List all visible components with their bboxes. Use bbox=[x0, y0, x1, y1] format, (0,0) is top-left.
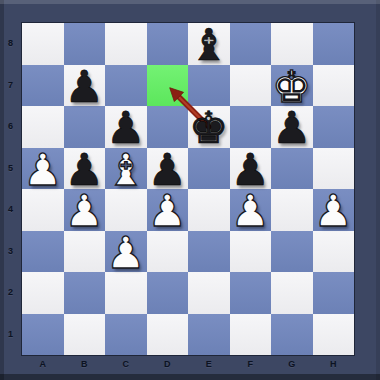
rank-label-3: 3 bbox=[0, 246, 21, 256]
square-e4[interactable] bbox=[188, 189, 230, 231]
square-a5[interactable]: ♟ bbox=[22, 148, 64, 190]
file-label-f: F bbox=[230, 359, 272, 369]
black-king-e6[interactable]: ♚ bbox=[188, 106, 230, 148]
white-pawn-a5[interactable]: ♟ bbox=[22, 148, 64, 190]
square-h7[interactable] bbox=[313, 65, 355, 107]
square-c7[interactable] bbox=[105, 65, 147, 107]
square-h2[interactable] bbox=[313, 272, 355, 314]
square-c5[interactable]: ♝ bbox=[105, 148, 147, 190]
square-d6[interactable] bbox=[147, 106, 189, 148]
square-b6[interactable] bbox=[64, 106, 106, 148]
square-a6[interactable] bbox=[22, 106, 64, 148]
square-a2[interactable] bbox=[22, 272, 64, 314]
square-a8[interactable] bbox=[22, 23, 64, 65]
square-d5[interactable]: ♟ bbox=[147, 148, 189, 190]
square-e3[interactable] bbox=[188, 231, 230, 273]
square-b4[interactable]: ♟ bbox=[64, 189, 106, 231]
rank-label-2: 2 bbox=[0, 287, 21, 297]
square-c1[interactable] bbox=[105, 314, 147, 356]
square-b3[interactable] bbox=[64, 231, 106, 273]
square-f1[interactable] bbox=[230, 314, 272, 356]
square-b2[interactable] bbox=[64, 272, 106, 314]
square-f4[interactable]: ♟ bbox=[230, 189, 272, 231]
square-h8[interactable] bbox=[313, 23, 355, 65]
square-d8[interactable] bbox=[147, 23, 189, 65]
file-label-b: B bbox=[64, 359, 106, 369]
rank-label-5: 5 bbox=[0, 163, 21, 173]
rank-label-6: 6 bbox=[0, 121, 21, 131]
square-a4[interactable] bbox=[22, 189, 64, 231]
rank-label-4: 4 bbox=[0, 204, 21, 214]
square-c2[interactable] bbox=[105, 272, 147, 314]
square-b8[interactable] bbox=[64, 23, 106, 65]
square-f8[interactable] bbox=[230, 23, 272, 65]
black-bishop-e8[interactable]: ♝ bbox=[188, 23, 230, 65]
file-label-g: G bbox=[271, 359, 313, 369]
rank-label-8: 8 bbox=[0, 38, 21, 48]
square-d4[interactable]: ♟ bbox=[147, 189, 189, 231]
square-e1[interactable] bbox=[188, 314, 230, 356]
rank-label-7: 7 bbox=[0, 80, 21, 90]
square-b1[interactable] bbox=[64, 314, 106, 356]
square-h5[interactable] bbox=[313, 148, 355, 190]
square-c4[interactable] bbox=[105, 189, 147, 231]
square-g8[interactable] bbox=[271, 23, 313, 65]
square-a3[interactable] bbox=[22, 231, 64, 273]
black-pawn-b5[interactable]: ♟ bbox=[64, 148, 106, 190]
square-f7[interactable] bbox=[230, 65, 272, 107]
square-g3[interactable] bbox=[271, 231, 313, 273]
square-e7[interactable] bbox=[188, 65, 230, 107]
white-bishop-c5[interactable]: ♝ bbox=[105, 148, 147, 190]
square-c3[interactable]: ♟ bbox=[105, 231, 147, 273]
square-d7[interactable] bbox=[147, 65, 189, 107]
file-label-c: C bbox=[105, 359, 147, 369]
square-a7[interactable] bbox=[22, 65, 64, 107]
square-g1[interactable] bbox=[271, 314, 313, 356]
square-e2[interactable] bbox=[188, 272, 230, 314]
square-c6[interactable]: ♟ bbox=[105, 106, 147, 148]
square-d3[interactable] bbox=[147, 231, 189, 273]
white-pawn-f4[interactable]: ♟ bbox=[230, 189, 272, 231]
square-a1[interactable] bbox=[22, 314, 64, 356]
square-d1[interactable] bbox=[147, 314, 189, 356]
white-pawn-b4[interactable]: ♟ bbox=[64, 189, 106, 231]
square-c8[interactable] bbox=[105, 23, 147, 65]
file-label-e: E bbox=[188, 359, 230, 369]
black-pawn-f5[interactable]: ♟ bbox=[230, 148, 272, 190]
square-f5[interactable]: ♟ bbox=[230, 148, 272, 190]
square-f2[interactable] bbox=[230, 272, 272, 314]
square-h1[interactable] bbox=[313, 314, 355, 356]
square-h4[interactable]: ♟ bbox=[313, 189, 355, 231]
black-pawn-g6[interactable]: ♟ bbox=[271, 106, 313, 148]
white-pawn-d4[interactable]: ♟ bbox=[147, 189, 189, 231]
file-label-d: D bbox=[147, 359, 189, 369]
square-e5[interactable] bbox=[188, 148, 230, 190]
file-label-h: H bbox=[313, 359, 355, 369]
square-g6[interactable]: ♟ bbox=[271, 106, 313, 148]
square-d2[interactable] bbox=[147, 272, 189, 314]
white-king-g7[interactable]: ♚ bbox=[271, 65, 313, 107]
square-f6[interactable] bbox=[230, 106, 272, 148]
black-pawn-c6[interactable]: ♟ bbox=[105, 106, 147, 148]
rank-label-1: 1 bbox=[0, 329, 21, 339]
square-h3[interactable] bbox=[313, 231, 355, 273]
chess-board-window: ♝♟♚♟♚♟♟♟♝♟♟♟♟♟♟♟ 87654321ABCDEFGH bbox=[0, 0, 380, 380]
square-b5[interactable]: ♟ bbox=[64, 148, 106, 190]
square-g2[interactable] bbox=[271, 272, 313, 314]
square-h6[interactable] bbox=[313, 106, 355, 148]
file-label-a: A bbox=[22, 359, 64, 369]
white-pawn-h4[interactable]: ♟ bbox=[313, 189, 355, 231]
square-g7[interactable]: ♚ bbox=[271, 65, 313, 107]
square-f3[interactable] bbox=[230, 231, 272, 273]
black-pawn-d5[interactable]: ♟ bbox=[147, 148, 189, 190]
white-pawn-c3[interactable]: ♟ bbox=[105, 231, 147, 273]
black-pawn-b7[interactable]: ♟ bbox=[64, 65, 106, 107]
square-g4[interactable] bbox=[271, 189, 313, 231]
square-e8[interactable]: ♝ bbox=[188, 23, 230, 65]
square-e6[interactable]: ♚ bbox=[188, 106, 230, 148]
square-g5[interactable] bbox=[271, 148, 313, 190]
square-b7[interactable]: ♟ bbox=[64, 65, 106, 107]
chess-board[interactable]: ♝♟♚♟♚♟♟♟♝♟♟♟♟♟♟♟ bbox=[21, 22, 355, 356]
